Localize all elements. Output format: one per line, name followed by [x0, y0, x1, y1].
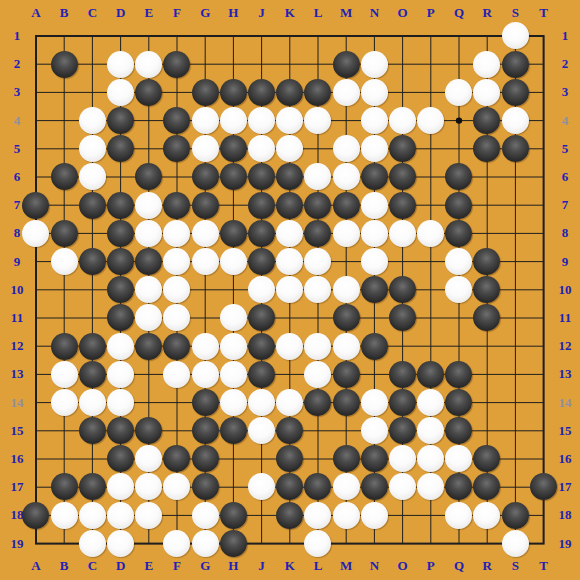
intersection-D5[interactable] — [106, 135, 134, 163]
intersection-E1[interactable] — [135, 22, 163, 50]
intersection-O18[interactable] — [388, 501, 416, 529]
intersection-Q15[interactable] — [445, 417, 473, 445]
intersection-K1[interactable] — [276, 22, 304, 50]
intersection-K15[interactable] — [276, 417, 304, 445]
intersection-H6[interactable] — [219, 163, 247, 191]
intersection-S8[interactable] — [501, 219, 529, 247]
intersection-E8[interactable] — [135, 219, 163, 247]
intersection-R12[interactable] — [473, 332, 501, 360]
intersection-L9[interactable] — [304, 247, 332, 275]
intersection-J18[interactable] — [247, 501, 275, 529]
intersection-M16[interactable] — [332, 445, 360, 473]
intersection-L4[interactable] — [304, 106, 332, 134]
intersection-F5[interactable] — [163, 135, 191, 163]
intersection-S13[interactable] — [501, 360, 529, 388]
intersection-N12[interactable] — [360, 332, 388, 360]
intersection-F18[interactable] — [163, 501, 191, 529]
intersection-S10[interactable] — [501, 276, 529, 304]
intersection-R16[interactable] — [473, 445, 501, 473]
intersection-B12[interactable] — [50, 332, 78, 360]
intersection-E10[interactable] — [135, 276, 163, 304]
intersection-B13[interactable] — [50, 360, 78, 388]
intersection-S11[interactable] — [501, 304, 529, 332]
intersection-P17[interactable] — [417, 473, 445, 501]
intersection-J12[interactable] — [247, 332, 275, 360]
intersection-E15[interactable] — [135, 417, 163, 445]
intersection-G17[interactable] — [191, 473, 219, 501]
intersection-C10[interactable] — [78, 276, 106, 304]
intersection-M13[interactable] — [332, 360, 360, 388]
intersection-M9[interactable] — [332, 247, 360, 275]
intersection-P18[interactable] — [417, 501, 445, 529]
intersection-K5[interactable] — [276, 135, 304, 163]
intersection-F9[interactable] — [163, 247, 191, 275]
intersection-R17[interactable] — [473, 473, 501, 501]
intersection-C14[interactable] — [78, 388, 106, 416]
intersection-H11[interactable] — [219, 304, 247, 332]
intersection-E2[interactable] — [135, 50, 163, 78]
intersection-N2[interactable] — [360, 50, 388, 78]
intersection-D1[interactable] — [106, 22, 134, 50]
intersection-K7[interactable] — [276, 191, 304, 219]
intersection-Q3[interactable] — [445, 78, 473, 106]
intersection-F6[interactable] — [163, 163, 191, 191]
intersection-J10[interactable] — [247, 276, 275, 304]
intersection-F4[interactable] — [163, 106, 191, 134]
intersection-H3[interactable] — [219, 78, 247, 106]
intersection-J9[interactable] — [247, 247, 275, 275]
intersection-F17[interactable] — [163, 473, 191, 501]
intersection-L10[interactable] — [304, 276, 332, 304]
intersection-L7[interactable] — [304, 191, 332, 219]
intersection-L6[interactable] — [304, 163, 332, 191]
intersection-O4[interactable] — [388, 106, 416, 134]
intersection-E12[interactable] — [135, 332, 163, 360]
intersection-P7[interactable] — [417, 191, 445, 219]
intersection-J19[interactable] — [247, 529, 275, 557]
intersection-P11[interactable] — [417, 304, 445, 332]
intersection-D2[interactable] — [106, 50, 134, 78]
intersection-K2[interactable] — [276, 50, 304, 78]
intersection-K10[interactable] — [276, 276, 304, 304]
intersection-G6[interactable] — [191, 163, 219, 191]
intersection-J1[interactable] — [247, 22, 275, 50]
intersection-B17[interactable] — [50, 473, 78, 501]
intersection-B11[interactable] — [50, 304, 78, 332]
intersection-C8[interactable] — [78, 219, 106, 247]
intersection-C18[interactable] — [78, 501, 106, 529]
intersection-K12[interactable] — [276, 332, 304, 360]
intersection-N17[interactable] — [360, 473, 388, 501]
intersection-P5[interactable] — [417, 135, 445, 163]
intersection-D8[interactable] — [106, 219, 134, 247]
intersection-Q4[interactable] — [445, 106, 473, 134]
intersection-J14[interactable] — [247, 388, 275, 416]
intersection-H18[interactable] — [219, 501, 247, 529]
intersection-K11[interactable] — [276, 304, 304, 332]
intersection-F12[interactable] — [163, 332, 191, 360]
intersection-G1[interactable] — [191, 22, 219, 50]
intersection-J7[interactable] — [247, 191, 275, 219]
intersection-R6[interactable] — [473, 163, 501, 191]
intersection-N10[interactable] — [360, 276, 388, 304]
intersection-F11[interactable] — [163, 304, 191, 332]
intersection-F2[interactable] — [163, 50, 191, 78]
intersection-D14[interactable] — [106, 388, 134, 416]
intersection-G5[interactable] — [191, 135, 219, 163]
intersection-R10[interactable] — [473, 276, 501, 304]
intersection-Q9[interactable] — [445, 247, 473, 275]
intersection-F8[interactable] — [163, 219, 191, 247]
intersection-N9[interactable] — [360, 247, 388, 275]
intersection-E19[interactable] — [135, 529, 163, 557]
intersection-D7[interactable] — [106, 191, 134, 219]
intersection-O17[interactable] — [388, 473, 416, 501]
intersection-S18[interactable] — [501, 501, 529, 529]
intersection-D3[interactable] — [106, 78, 134, 106]
intersection-K9[interactable] — [276, 247, 304, 275]
intersection-O5[interactable] — [388, 135, 416, 163]
intersection-P3[interactable] — [417, 78, 445, 106]
intersection-P13[interactable] — [417, 360, 445, 388]
intersection-D11[interactable] — [106, 304, 134, 332]
intersection-G9[interactable] — [191, 247, 219, 275]
intersection-R11[interactable] — [473, 304, 501, 332]
intersection-O12[interactable] — [388, 332, 416, 360]
intersection-S3[interactable] — [501, 78, 529, 106]
intersection-G19[interactable] — [191, 529, 219, 557]
intersection-O7[interactable] — [388, 191, 416, 219]
intersection-Q5[interactable] — [445, 135, 473, 163]
intersection-H12[interactable] — [219, 332, 247, 360]
intersection-P14[interactable] — [417, 388, 445, 416]
intersection-B16[interactable] — [50, 445, 78, 473]
intersection-K3[interactable] — [276, 78, 304, 106]
intersection-B4[interactable] — [50, 106, 78, 134]
intersection-Q8[interactable] — [445, 219, 473, 247]
intersection-J13[interactable] — [247, 360, 275, 388]
intersection-P4[interactable] — [417, 106, 445, 134]
intersection-L14[interactable] — [304, 388, 332, 416]
intersection-S14[interactable] — [501, 388, 529, 416]
intersection-L5[interactable] — [304, 135, 332, 163]
intersection-K6[interactable] — [276, 163, 304, 191]
intersection-N4[interactable] — [360, 106, 388, 134]
intersection-B19[interactable] — [50, 529, 78, 557]
intersection-Q16[interactable] — [445, 445, 473, 473]
intersection-G13[interactable] — [191, 360, 219, 388]
intersection-G14[interactable] — [191, 388, 219, 416]
intersection-E13[interactable] — [135, 360, 163, 388]
intersection-J3[interactable] — [247, 78, 275, 106]
intersection-N15[interactable] — [360, 417, 388, 445]
intersection-K17[interactable] — [276, 473, 304, 501]
intersection-P8[interactable] — [417, 219, 445, 247]
intersection-P16[interactable] — [417, 445, 445, 473]
intersection-M10[interactable] — [332, 276, 360, 304]
intersection-R13[interactable] — [473, 360, 501, 388]
intersection-K14[interactable] — [276, 388, 304, 416]
intersection-G7[interactable] — [191, 191, 219, 219]
intersection-M3[interactable] — [332, 78, 360, 106]
intersection-M1[interactable] — [332, 22, 360, 50]
intersection-N11[interactable] — [360, 304, 388, 332]
intersection-O10[interactable] — [388, 276, 416, 304]
intersection-F14[interactable] — [163, 388, 191, 416]
intersection-R8[interactable] — [473, 219, 501, 247]
intersection-L2[interactable] — [304, 50, 332, 78]
intersection-O8[interactable] — [388, 219, 416, 247]
intersection-S15[interactable] — [501, 417, 529, 445]
intersection-O15[interactable] — [388, 417, 416, 445]
intersection-B8[interactable] — [50, 219, 78, 247]
intersection-C11[interactable] — [78, 304, 106, 332]
intersection-E18[interactable] — [135, 501, 163, 529]
intersection-E3[interactable] — [135, 78, 163, 106]
intersection-M14[interactable] — [332, 388, 360, 416]
intersection-C3[interactable] — [78, 78, 106, 106]
intersection-C7[interactable] — [78, 191, 106, 219]
intersection-M7[interactable] — [332, 191, 360, 219]
intersection-M2[interactable] — [332, 50, 360, 78]
intersection-S1[interactable] — [501, 22, 529, 50]
intersection-F19[interactable] — [163, 529, 191, 557]
intersection-G12[interactable] — [191, 332, 219, 360]
intersection-F1[interactable] — [163, 22, 191, 50]
intersection-N13[interactable] — [360, 360, 388, 388]
intersection-B1[interactable] — [50, 22, 78, 50]
intersection-J2[interactable] — [247, 50, 275, 78]
intersection-L18[interactable] — [304, 501, 332, 529]
intersection-C1[interactable] — [78, 22, 106, 50]
intersection-B18[interactable] — [50, 501, 78, 529]
intersection-O16[interactable] — [388, 445, 416, 473]
intersection-M12[interactable] — [332, 332, 360, 360]
intersection-Q12[interactable] — [445, 332, 473, 360]
intersection-P10[interactable] — [417, 276, 445, 304]
intersection-O11[interactable] — [388, 304, 416, 332]
intersection-S5[interactable] — [501, 135, 529, 163]
intersection-O2[interactable] — [388, 50, 416, 78]
intersection-N3[interactable] — [360, 78, 388, 106]
intersection-O13[interactable] — [388, 360, 416, 388]
intersection-F3[interactable] — [163, 78, 191, 106]
intersection-O19[interactable] — [388, 529, 416, 557]
intersection-Q2[interactable] — [445, 50, 473, 78]
intersection-C6[interactable] — [78, 163, 106, 191]
intersection-Q7[interactable] — [445, 191, 473, 219]
intersection-L11[interactable] — [304, 304, 332, 332]
intersection-K16[interactable] — [276, 445, 304, 473]
intersection-J6[interactable] — [247, 163, 275, 191]
intersection-E9[interactable] — [135, 247, 163, 275]
intersection-H7[interactable] — [219, 191, 247, 219]
intersection-G18[interactable] — [191, 501, 219, 529]
intersection-N14[interactable] — [360, 388, 388, 416]
intersection-B10[interactable] — [50, 276, 78, 304]
intersection-M17[interactable] — [332, 473, 360, 501]
intersection-O9[interactable] — [388, 247, 416, 275]
intersection-E17[interactable] — [135, 473, 163, 501]
intersection-O3[interactable] — [388, 78, 416, 106]
intersection-L1[interactable] — [304, 22, 332, 50]
intersection-G15[interactable] — [191, 417, 219, 445]
intersection-R15[interactable] — [473, 417, 501, 445]
intersection-H15[interactable] — [219, 417, 247, 445]
intersection-D17[interactable] — [106, 473, 134, 501]
intersection-R3[interactable] — [473, 78, 501, 106]
intersection-H19[interactable] — [219, 529, 247, 557]
intersection-P19[interactable] — [417, 529, 445, 557]
intersection-L15[interactable] — [304, 417, 332, 445]
intersection-L3[interactable] — [304, 78, 332, 106]
intersection-P15[interactable] — [417, 417, 445, 445]
intersection-G3[interactable] — [191, 78, 219, 106]
intersection-B14[interactable] — [50, 388, 78, 416]
intersection-R9[interactable] — [473, 247, 501, 275]
intersection-E7[interactable] — [135, 191, 163, 219]
intersection-Q6[interactable] — [445, 163, 473, 191]
intersection-S9[interactable] — [501, 247, 529, 275]
intersection-C15[interactable] — [78, 417, 106, 445]
intersection-G16[interactable] — [191, 445, 219, 473]
intersection-G8[interactable] — [191, 219, 219, 247]
intersection-J4[interactable] — [247, 106, 275, 134]
intersection-S12[interactable] — [501, 332, 529, 360]
intersection-Q17[interactable] — [445, 473, 473, 501]
intersection-O6[interactable] — [388, 163, 416, 191]
intersection-P6[interactable] — [417, 163, 445, 191]
intersection-K13[interactable] — [276, 360, 304, 388]
intersection-P9[interactable] — [417, 247, 445, 275]
intersection-C5[interactable] — [78, 135, 106, 163]
intersection-Q18[interactable] — [445, 501, 473, 529]
intersection-H13[interactable] — [219, 360, 247, 388]
intersection-R1[interactable] — [473, 22, 501, 50]
intersection-J16[interactable] — [247, 445, 275, 473]
intersection-Q19[interactable] — [445, 529, 473, 557]
intersection-M19[interactable] — [332, 529, 360, 557]
intersection-L12[interactable] — [304, 332, 332, 360]
intersection-D18[interactable] — [106, 501, 134, 529]
intersection-S6[interactable] — [501, 163, 529, 191]
intersection-B3[interactable] — [50, 78, 78, 106]
intersection-H1[interactable] — [219, 22, 247, 50]
intersection-K8[interactable] — [276, 219, 304, 247]
intersection-G11[interactable] — [191, 304, 219, 332]
intersection-L19[interactable] — [304, 529, 332, 557]
intersection-J15[interactable] — [247, 417, 275, 445]
intersection-D15[interactable] — [106, 417, 134, 445]
intersection-N16[interactable] — [360, 445, 388, 473]
intersection-J17[interactable] — [247, 473, 275, 501]
intersection-S16[interactable] — [501, 445, 529, 473]
intersection-H9[interactable] — [219, 247, 247, 275]
intersection-J5[interactable] — [247, 135, 275, 163]
intersection-C13[interactable] — [78, 360, 106, 388]
intersection-R2[interactable] — [473, 50, 501, 78]
intersection-M5[interactable] — [332, 135, 360, 163]
intersection-M18[interactable] — [332, 501, 360, 529]
intersection-R18[interactable] — [473, 501, 501, 529]
intersection-M8[interactable] — [332, 219, 360, 247]
intersection-S2[interactable] — [501, 50, 529, 78]
intersection-F16[interactable] — [163, 445, 191, 473]
intersection-D12[interactable] — [106, 332, 134, 360]
intersection-C9[interactable] — [78, 247, 106, 275]
intersection-F15[interactable] — [163, 417, 191, 445]
intersection-M11[interactable] — [332, 304, 360, 332]
intersection-Q10[interactable] — [445, 276, 473, 304]
intersection-S7[interactable] — [501, 191, 529, 219]
intersection-S17[interactable] — [501, 473, 529, 501]
intersection-O14[interactable] — [388, 388, 416, 416]
intersection-K4[interactable] — [276, 106, 304, 134]
intersection-D19[interactable] — [106, 529, 134, 557]
intersection-H17[interactable] — [219, 473, 247, 501]
intersection-N7[interactable] — [360, 191, 388, 219]
intersection-J8[interactable] — [247, 219, 275, 247]
intersection-H14[interactable] — [219, 388, 247, 416]
intersection-C17[interactable] — [78, 473, 106, 501]
intersection-N19[interactable] — [360, 529, 388, 557]
intersection-R7[interactable] — [473, 191, 501, 219]
intersection-K18[interactable] — [276, 501, 304, 529]
intersection-R5[interactable] — [473, 135, 501, 163]
intersection-E16[interactable] — [135, 445, 163, 473]
intersection-M15[interactable] — [332, 417, 360, 445]
intersection-N5[interactable] — [360, 135, 388, 163]
intersection-F7[interactable] — [163, 191, 191, 219]
intersection-J11[interactable] — [247, 304, 275, 332]
intersection-O1[interactable] — [388, 22, 416, 50]
intersection-F13[interactable] — [163, 360, 191, 388]
intersection-F10[interactable] — [163, 276, 191, 304]
intersection-L8[interactable] — [304, 219, 332, 247]
intersection-D6[interactable] — [106, 163, 134, 191]
intersection-H10[interactable] — [219, 276, 247, 304]
intersection-B9[interactable] — [50, 247, 78, 275]
intersection-D10[interactable] — [106, 276, 134, 304]
intersection-H8[interactable] — [219, 219, 247, 247]
intersection-D9[interactable] — [106, 247, 134, 275]
intersection-N18[interactable] — [360, 501, 388, 529]
intersection-M6[interactable] — [332, 163, 360, 191]
intersection-B7[interactable] — [50, 191, 78, 219]
intersection-M4[interactable] — [332, 106, 360, 134]
intersection-Q11[interactable] — [445, 304, 473, 332]
intersection-R19[interactable] — [473, 529, 501, 557]
intersection-G10[interactable] — [191, 276, 219, 304]
intersection-Q1[interactable] — [445, 22, 473, 50]
intersection-L17[interactable] — [304, 473, 332, 501]
intersection-C12[interactable] — [78, 332, 106, 360]
intersection-H16[interactable] — [219, 445, 247, 473]
intersection-R14[interactable] — [473, 388, 501, 416]
intersection-E4[interactable] — [135, 106, 163, 134]
intersection-B2[interactable] — [50, 50, 78, 78]
intersection-L16[interactable] — [304, 445, 332, 473]
intersection-C2[interactable] — [78, 50, 106, 78]
intersection-P1[interactable] — [417, 22, 445, 50]
intersection-R4[interactable] — [473, 106, 501, 134]
intersection-P12[interactable] — [417, 332, 445, 360]
intersection-D16[interactable] — [106, 445, 134, 473]
intersection-Q14[interactable] — [445, 388, 473, 416]
intersection-C19[interactable] — [78, 529, 106, 557]
intersection-E14[interactable] — [135, 388, 163, 416]
intersection-G2[interactable] — [191, 50, 219, 78]
